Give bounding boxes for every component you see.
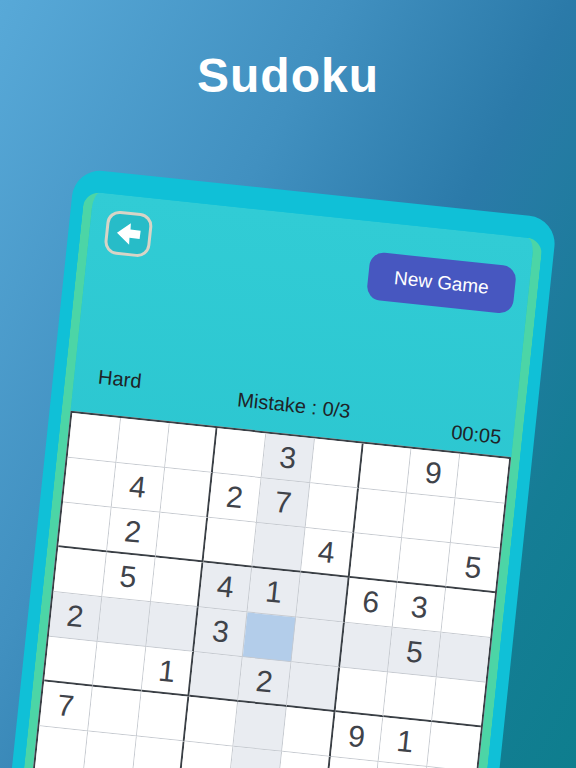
cell-r7c5[interactable] [233,702,286,752]
cell-r8c2[interactable] [83,731,136,768]
cell-r2c4[interactable]: 2 [208,473,261,523]
app-screen: New Game Hard Mistake : 0/3 00:05 394272… [0,191,543,768]
cell-r4c6[interactable] [296,573,349,623]
cell-r7c6[interactable] [282,707,335,757]
cell-r1c3[interactable] [165,423,218,473]
cell-r1c8[interactable]: 9 [407,449,460,499]
cell-r3c4[interactable] [204,518,257,568]
tablet-device: New Game Hard Mistake : 0/3 00:05 394272… [0,168,557,768]
cell-r4c7[interactable]: 6 [345,578,398,628]
cell-r6c2[interactable] [93,642,146,692]
cell-r6c5[interactable]: 2 [238,657,291,707]
cell-r4c2[interactable]: 5 [102,552,155,602]
cell-r2c1[interactable] [63,458,116,508]
cell-r3c1[interactable] [58,503,111,553]
page-title: Sudoku [0,48,576,103]
timer: 00:05 [450,421,502,449]
cell-r7c3[interactable] [136,692,189,742]
cell-r3c6[interactable]: 4 [301,528,354,578]
cell-r5c1[interactable]: 2 [49,592,102,642]
cell-r1c9[interactable] [456,454,509,504]
cell-r5c7[interactable] [340,623,393,673]
cell-r5c6[interactable] [291,618,344,668]
sudoku-board: 394272455416323512791 [28,411,511,768]
cell-r7c8[interactable]: 1 [379,717,432,767]
cell-r4c3[interactable] [151,558,204,608]
cell-r1c1[interactable] [68,413,121,463]
cell-r7c4[interactable] [185,697,238,747]
cell-r2c8[interactable] [403,494,456,544]
cell-r4c1[interactable] [54,547,107,597]
cell-r6c3[interactable]: 1 [141,647,194,697]
cell-r5c8[interactable]: 5 [388,628,441,678]
cell-r6c8[interactable] [384,673,437,723]
cell-r4c4[interactable]: 4 [199,563,252,613]
cell-r2c3[interactable] [160,468,213,518]
cell-r1c5[interactable]: 3 [262,433,315,483]
cell-r2c9[interactable] [451,499,504,549]
cell-r5c9[interactable] [437,633,490,683]
cell-r2c6[interactable] [306,483,359,533]
cell-r3c2[interactable]: 2 [107,508,160,558]
cell-r5c5[interactable] [243,612,296,662]
cell-r6c4[interactable] [190,652,243,702]
cell-r5c3[interactable] [146,602,199,652]
new-game-button[interactable]: New Game [366,251,517,314]
cell-r7c1[interactable]: 7 [39,682,92,732]
cell-r8c1[interactable] [35,726,88,768]
cell-r3c5[interactable] [252,523,305,573]
cell-r5c4[interactable]: 3 [194,607,247,657]
cell-r8c4[interactable] [180,742,233,768]
cell-r2c2[interactable]: 4 [111,463,164,513]
cell-r5c2[interactable] [97,597,150,647]
cell-r4c5[interactable]: 1 [248,568,301,618]
cell-r7c9[interactable] [428,722,481,768]
cell-r1c6[interactable] [310,439,363,489]
back-arrow-icon [111,218,146,249]
cell-r4c8[interactable]: 3 [393,583,446,633]
cell-r4c9[interactable] [442,588,495,638]
cell-r8c3[interactable] [132,737,185,768]
cell-r6c6[interactable] [287,662,340,712]
cell-r6c9[interactable] [432,678,485,728]
cell-r1c4[interactable] [213,428,266,478]
cell-r3c8[interactable] [398,538,451,588]
cell-r3c3[interactable] [155,513,208,563]
cell-r7c7[interactable]: 9 [330,712,383,762]
cell-r3c7[interactable] [349,533,402,583]
cell-r3c9[interactable]: 5 [446,543,499,593]
back-button[interactable] [103,210,153,259]
cell-r2c5[interactable]: 7 [257,478,310,528]
cell-r6c1[interactable] [44,637,97,687]
cell-r1c7[interactable] [359,444,412,494]
cell-r7c2[interactable] [88,687,141,737]
cell-r1c2[interactable] [116,418,169,468]
cell-r6c7[interactable] [335,667,388,717]
cell-r2c7[interactable] [354,488,407,538]
